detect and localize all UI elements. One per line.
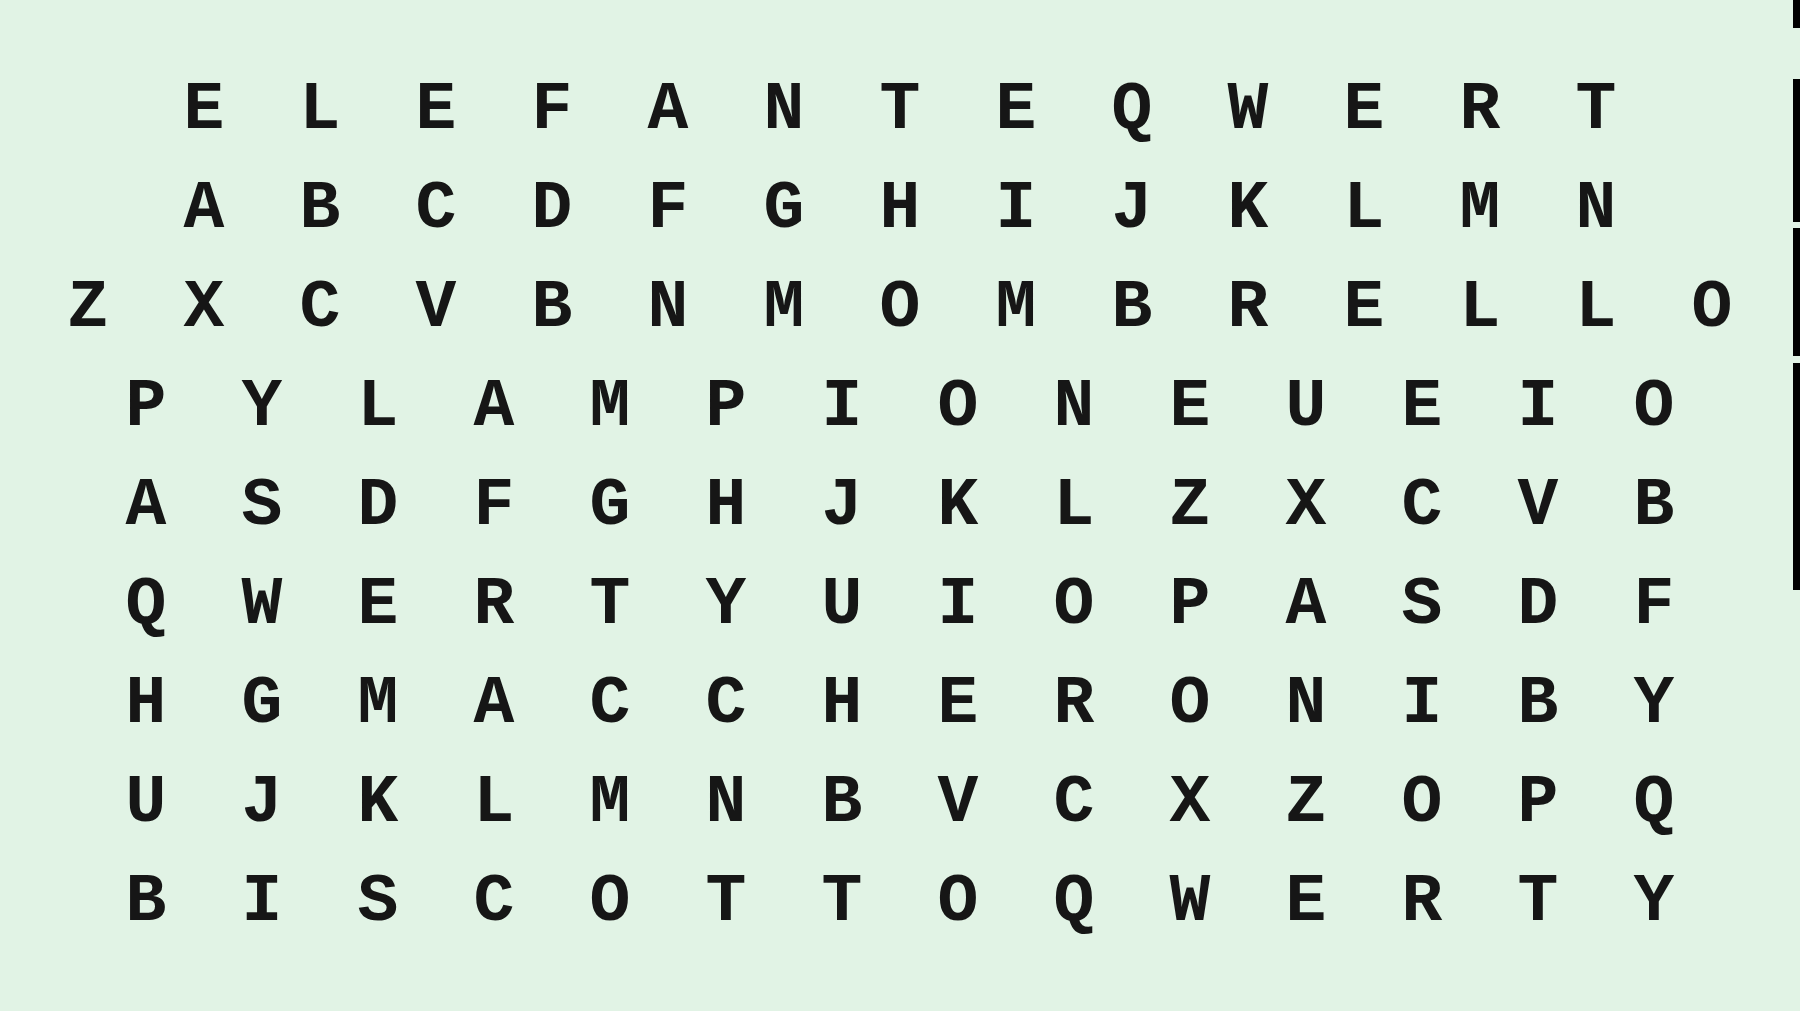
grid-cell-r4c5[interactable]: M — [552, 357, 668, 456]
grid-cell-r9c5[interactable]: O — [552, 852, 668, 951]
grid-row-1: ELEFANTEQWERT — [0, 60, 1800, 159]
grid-cell-r2c2[interactable]: B — [262, 159, 378, 258]
grid-cell-r9c8[interactable]: O — [900, 852, 1016, 951]
grid-cell-r4c14[interactable]: O — [1596, 357, 1712, 456]
grid-cell-r9c1[interactable]: B — [88, 852, 204, 951]
grid-cell-r8c14[interactable]: Q — [1596, 753, 1712, 852]
grid-cell-r1c11[interactable]: E — [1306, 60, 1422, 159]
grid-cell-r2c11[interactable]: L — [1306, 159, 1422, 258]
grid-row-7: HGMACCHERONIBY — [0, 654, 1800, 753]
grid-cell-r6c12[interactable]: S — [1364, 555, 1480, 654]
grid-cell-r1c7[interactable]: T — [842, 60, 958, 159]
grid-cell-r5c9[interactable]: L — [1016, 456, 1132, 555]
grid-cell-r8c4[interactable]: L — [436, 753, 552, 852]
grid-cell-r2c7[interactable]: H — [842, 159, 958, 258]
grid-cell-r1c12[interactable]: R — [1422, 60, 1538, 159]
screen-edge-artifact — [1793, 228, 1800, 356]
grid-cell-r9c6[interactable]: T — [668, 852, 784, 951]
grid-cell-r5c10[interactable]: Z — [1132, 456, 1248, 555]
grid-cell-r6c14[interactable]: F — [1596, 555, 1712, 654]
grid-row-2: ABCDFGHIJKLMN — [0, 159, 1800, 258]
grid-cell-r4c2[interactable]: Y — [204, 357, 320, 456]
screen-edge-artifact — [1793, 363, 1800, 590]
grid-cell-r7c8[interactable]: E — [900, 654, 1016, 753]
grid-cell-r8c7[interactable]: B — [784, 753, 900, 852]
grid-cell-r9c2[interactable]: I — [204, 852, 320, 951]
grid-cell-r3c2[interactable]: X — [146, 258, 262, 357]
screen-edge-artifact — [1793, 0, 1800, 28]
grid-cell-r3c7[interactable]: M — [726, 258, 842, 357]
grid-cell-r2c13[interactable]: N — [1538, 159, 1654, 258]
grid-cell-r6c4[interactable]: R — [436, 555, 552, 654]
grid-cell-r5c11[interactable]: X — [1248, 456, 1364, 555]
grid-cell-r8c11[interactable]: Z — [1248, 753, 1364, 852]
grid-cell-r6c6[interactable]: Y — [668, 555, 784, 654]
grid-cell-r6c10[interactable]: P — [1132, 555, 1248, 654]
grid-cell-r5c3[interactable]: D — [320, 456, 436, 555]
grid-cell-r5c6[interactable]: H — [668, 456, 784, 555]
grid-cell-r7c6[interactable]: C — [668, 654, 784, 753]
grid-cell-r9c4[interactable]: C — [436, 852, 552, 951]
grid-cell-r4c11[interactable]: U — [1248, 357, 1364, 456]
grid-cell-r9c12[interactable]: R — [1364, 852, 1480, 951]
grid-cell-r7c11[interactable]: N — [1248, 654, 1364, 753]
grid-cell-r9c7[interactable]: T — [784, 852, 900, 951]
grid-cell-r5c8[interactable]: K — [900, 456, 1016, 555]
grid-cell-r1c6[interactable]: N — [726, 60, 842, 159]
grid-cell-r9c10[interactable]: W — [1132, 852, 1248, 951]
grid-cell-r8c10[interactable]: X — [1132, 753, 1248, 852]
grid-cell-r1c4[interactable]: F — [494, 60, 610, 159]
grid-cell-r1c2[interactable]: L — [262, 60, 378, 159]
grid-cell-r6c13[interactable]: D — [1480, 555, 1596, 654]
grid-cell-r3c5[interactable]: B — [494, 258, 610, 357]
grid-cell-r6c5[interactable]: T — [552, 555, 668, 654]
grid-cell-r7c7[interactable]: H — [784, 654, 900, 753]
grid-cell-r1c10[interactable]: W — [1190, 60, 1306, 159]
grid-cell-r6c7[interactable]: U — [784, 555, 900, 654]
grid-cell-r3c15[interactable]: O — [1654, 258, 1770, 357]
grid-cell-r6c1[interactable]: Q — [88, 555, 204, 654]
grid-cell-r7c4[interactable]: A — [436, 654, 552, 753]
grid-row-9: BISCOTTOQWERTY — [0, 852, 1800, 951]
grid-cell-r3c12[interactable]: E — [1306, 258, 1422, 357]
grid-cell-r7c5[interactable]: C — [552, 654, 668, 753]
grid-cell-r2c10[interactable]: K — [1190, 159, 1306, 258]
grid-cell-r5c14[interactable]: B — [1596, 456, 1712, 555]
grid-cell-r5c5[interactable]: G — [552, 456, 668, 555]
grid-cell-r4c12[interactable]: E — [1364, 357, 1480, 456]
grid-cell-r6c8[interactable]: I — [900, 555, 1016, 654]
grid-cell-r2c4[interactable]: D — [494, 159, 610, 258]
grid-cell-r7c10[interactable]: O — [1132, 654, 1248, 753]
grid-cell-r1c5[interactable]: A — [610, 60, 726, 159]
grid-cell-r8c2[interactable]: J — [204, 753, 320, 852]
grid-cell-r3c11[interactable]: R — [1190, 258, 1306, 357]
grid-cell-r1c13[interactable]: T — [1538, 60, 1654, 159]
grid-cell-r2c9[interactable]: J — [1074, 159, 1190, 258]
grid-cell-r4c1[interactable]: P — [88, 357, 204, 456]
grid-cell-r3c6[interactable]: N — [610, 258, 726, 357]
grid-cell-r4c9[interactable]: N — [1016, 357, 1132, 456]
grid-cell-r3c13[interactable]: L — [1422, 258, 1538, 357]
grid-cell-r2c12[interactable]: M — [1422, 159, 1538, 258]
grid-cell-r8c12[interactable]: O — [1364, 753, 1480, 852]
grid-cell-r2c8[interactable]: I — [958, 159, 1074, 258]
grid-cell-r2c5[interactable]: F — [610, 159, 726, 258]
word-search-board: ELEFANTEQWERTABCDFGHIJKLMNZXCVBNMOMBRELL… — [0, 60, 1800, 951]
grid-cell-r9c13[interactable]: T — [1480, 852, 1596, 951]
grid-cell-r5c12[interactable]: C — [1364, 456, 1480, 555]
grid-cell-r4c3[interactable]: L — [320, 357, 436, 456]
grid-cell-r9c14[interactable]: Y — [1596, 852, 1712, 951]
grid-cell-r9c11[interactable]: E — [1248, 852, 1364, 951]
grid-cell-r4c4[interactable]: A — [436, 357, 552, 456]
grid-cell-r5c13[interactable]: V — [1480, 456, 1596, 555]
grid-cell-r9c9[interactable]: Q — [1016, 852, 1132, 951]
grid-cell-r6c2[interactable]: W — [204, 555, 320, 654]
grid-cell-r2c3[interactable]: C — [378, 159, 494, 258]
grid-cell-r7c2[interactable]: G — [204, 654, 320, 753]
grid-row-8: UJKLMNBVCXZOPQ — [0, 753, 1800, 852]
grid-row-5: ASDFGHJKLZXCVB — [0, 456, 1800, 555]
grid-cell-r8c5[interactable]: M — [552, 753, 668, 852]
grid-cell-r7c13[interactable]: B — [1480, 654, 1596, 753]
grid-cell-r3c4[interactable]: V — [378, 258, 494, 357]
grid-cell-r5c2[interactable]: S — [204, 456, 320, 555]
grid-cell-r1c1[interactable]: E — [146, 60, 262, 159]
grid-cell-r1c8[interactable]: E — [958, 60, 1074, 159]
grid-row-6: QWERTYUIOPASDF — [0, 555, 1800, 654]
grid-cell-r5c4[interactable]: F — [436, 456, 552, 555]
grid-cell-r7c9[interactable]: R — [1016, 654, 1132, 753]
grid-cell-r3c9[interactable]: M — [958, 258, 1074, 357]
grid-cell-r1c3[interactable]: E — [378, 60, 494, 159]
grid-cell-r8c13[interactable]: P — [1480, 753, 1596, 852]
grid-cell-r4c13[interactable]: I — [1480, 357, 1596, 456]
grid-cell-r7c3[interactable]: M — [320, 654, 436, 753]
grid-cell-r4c10[interactable]: E — [1132, 357, 1248, 456]
grid-cell-r7c1[interactable]: H — [88, 654, 204, 753]
grid-cell-r2c6[interactable]: G — [726, 159, 842, 258]
grid-cell-r4c8[interactable]: O — [900, 357, 1016, 456]
grid-cell-r8c6[interactable]: N — [668, 753, 784, 852]
grid-cell-r7c12[interactable]: I — [1364, 654, 1480, 753]
grid-cell-r8c3[interactable]: K — [320, 753, 436, 852]
grid-cell-r8c8[interactable]: V — [900, 753, 1016, 852]
grid-cell-r2c1[interactable]: A — [146, 159, 262, 258]
grid-cell-r3c10[interactable]: B — [1074, 258, 1190, 357]
grid-cell-r6c11[interactable]: A — [1248, 555, 1364, 654]
grid-cell-r3c8[interactable]: O — [842, 258, 958, 357]
grid-row-3: ZXCVBNMOMBRELLO — [0, 258, 1800, 357]
grid-cell-r6c3[interactable]: E — [320, 555, 436, 654]
grid-cell-r3c3[interactable]: C — [262, 258, 378, 357]
grid-cell-r9c3[interactable]: S — [320, 852, 436, 951]
screen-edge-artifact — [1793, 79, 1800, 222]
grid-cell-r3c1[interactable]: Z — [30, 258, 146, 357]
grid-cell-r7c14[interactable]: Y — [1596, 654, 1712, 753]
grid-cell-r6c9[interactable]: O — [1016, 555, 1132, 654]
grid-cell-r5c7[interactable]: J — [784, 456, 900, 555]
grid-cell-r3c14[interactable]: L — [1538, 258, 1654, 357]
grid-cell-r8c9[interactable]: C — [1016, 753, 1132, 852]
grid-cell-r5c1[interactable]: A — [88, 456, 204, 555]
grid-row-4: PYLAMPIONEUEIO — [0, 357, 1800, 456]
grid-cell-r4c6[interactable]: P — [668, 357, 784, 456]
grid-cell-r8c1[interactable]: U — [88, 753, 204, 852]
grid-cell-r4c7[interactable]: I — [784, 357, 900, 456]
grid-cell-r1c9[interactable]: Q — [1074, 60, 1190, 159]
